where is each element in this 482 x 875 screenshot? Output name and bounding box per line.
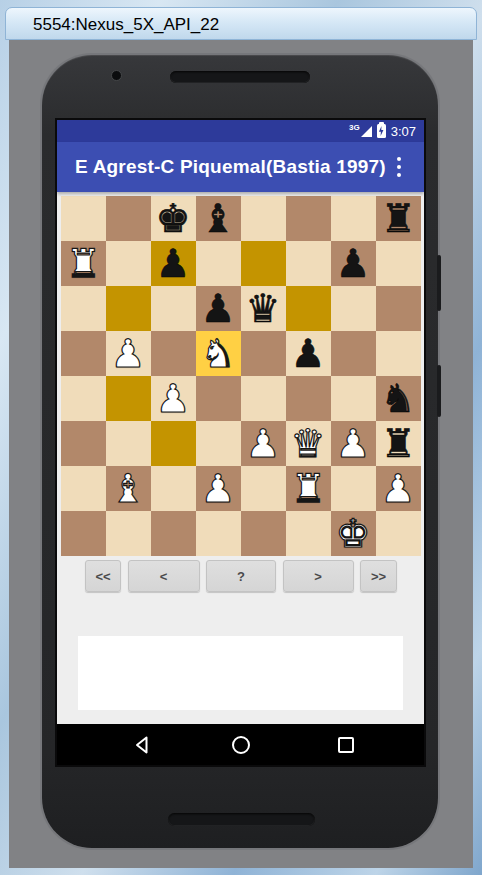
earpiece-speaker-grille bbox=[170, 71, 310, 83]
status-bar: 3G 3:07 bbox=[57, 120, 424, 142]
square-f4[interactable] bbox=[286, 376, 331, 421]
square-f5[interactable]: ♟ bbox=[286, 331, 331, 376]
app-bar: E Agrest-C Piquemal(Bastia 1997) bbox=[57, 142, 424, 192]
square-d7[interactable] bbox=[196, 241, 241, 286]
square-d6[interactable]: ♟ bbox=[196, 286, 241, 331]
phone-frame: 3G 3:07 E Agrest-C Piquemal(Bastia 1997)… bbox=[42, 55, 438, 848]
square-a7[interactable]: ♜ bbox=[61, 241, 106, 286]
previous-move-button[interactable]: < bbox=[128, 560, 200, 592]
square-b7[interactable] bbox=[106, 241, 151, 286]
piece-black-knight: ♞ bbox=[376, 376, 421, 421]
square-a5[interactable] bbox=[61, 331, 106, 376]
square-h1[interactable] bbox=[376, 511, 421, 556]
square-a4[interactable] bbox=[61, 376, 106, 421]
square-g8[interactable] bbox=[331, 196, 376, 241]
square-f1[interactable] bbox=[286, 511, 331, 556]
recents-square-icon bbox=[334, 733, 358, 757]
square-g1[interactable]: ♚ bbox=[331, 511, 376, 556]
next-move-button[interactable]: > bbox=[283, 560, 354, 592]
square-h2[interactable]: ♟ bbox=[376, 466, 421, 511]
piece-black-bishop: ♝ bbox=[196, 196, 241, 241]
square-f3[interactable]: ♛ bbox=[286, 421, 331, 466]
square-a1[interactable] bbox=[61, 511, 106, 556]
home-button[interactable] bbox=[229, 733, 253, 757]
square-h5[interactable] bbox=[376, 331, 421, 376]
square-h7[interactable] bbox=[376, 241, 421, 286]
forward-to-end-button[interactable]: >> bbox=[360, 560, 397, 592]
square-f8[interactable] bbox=[286, 196, 331, 241]
recents-button[interactable] bbox=[334, 733, 358, 757]
piece-white-bishop: ♝ bbox=[106, 466, 151, 511]
square-c5[interactable] bbox=[151, 331, 196, 376]
square-a8[interactable] bbox=[61, 196, 106, 241]
square-d3[interactable] bbox=[196, 421, 241, 466]
overflow-dot bbox=[397, 165, 401, 169]
phone-screen: 3G 3:07 E Agrest-C Piquemal(Bastia 1997)… bbox=[57, 120, 424, 765]
square-b6[interactable] bbox=[106, 286, 151, 331]
square-e8[interactable] bbox=[241, 196, 286, 241]
square-d1[interactable] bbox=[196, 511, 241, 556]
chess-board: ♚♝♜♜♟♟♟♛♟♞♟♟♞♟♛♟♜♝♟♜♟♚ bbox=[61, 196, 421, 556]
piece-black-queen: ♛ bbox=[241, 286, 286, 331]
square-g6[interactable] bbox=[331, 286, 376, 331]
square-d4[interactable] bbox=[196, 376, 241, 421]
square-e7[interactable] bbox=[241, 241, 286, 286]
square-a3[interactable] bbox=[61, 421, 106, 466]
square-h3[interactable]: ♜ bbox=[376, 421, 421, 466]
square-h4[interactable]: ♞ bbox=[376, 376, 421, 421]
square-c3[interactable] bbox=[151, 421, 196, 466]
piece-black-rook: ♜ bbox=[376, 421, 421, 466]
square-g7[interactable]: ♟ bbox=[331, 241, 376, 286]
square-f6[interactable] bbox=[286, 286, 331, 331]
square-e5[interactable] bbox=[241, 331, 286, 376]
move-list-panel bbox=[78, 636, 403, 710]
piece-black-pawn: ♟ bbox=[196, 286, 241, 331]
piece-black-rook: ♜ bbox=[376, 196, 421, 241]
square-g2[interactable] bbox=[331, 466, 376, 511]
window-titlebar[interactable]: 5554:Nexus_5X_API_22 bbox=[5, 7, 477, 40]
android-nav-bar bbox=[57, 724, 424, 765]
piece-white-knight: ♞ bbox=[196, 331, 241, 376]
piece-white-rook: ♜ bbox=[61, 241, 106, 286]
square-c2[interactable] bbox=[151, 466, 196, 511]
status-clock: 3:07 bbox=[391, 124, 416, 139]
square-c8[interactable]: ♚ bbox=[151, 196, 196, 241]
window-title: 5554:Nexus_5X_API_22 bbox=[33, 15, 219, 34]
square-g4[interactable] bbox=[331, 376, 376, 421]
charging-bolt-icon bbox=[378, 126, 384, 136]
square-g3[interactable]: ♟ bbox=[331, 421, 376, 466]
signal-strength-icon bbox=[361, 126, 372, 137]
piece-white-queen: ♛ bbox=[286, 421, 331, 466]
square-d8[interactable]: ♝ bbox=[196, 196, 241, 241]
front-camera-icon bbox=[111, 70, 122, 81]
desktop-background: 5554:Nexus_5X_API_22 3G 3:07 E Agrest-C … bbox=[0, 0, 482, 875]
square-e3[interactable]: ♟ bbox=[241, 421, 286, 466]
piece-black-king: ♚ bbox=[151, 196, 196, 241]
network-type-label: 3G bbox=[349, 123, 360, 132]
square-a6[interactable] bbox=[61, 286, 106, 331]
piece-white-pawn: ♟ bbox=[376, 466, 421, 511]
hint-button[interactable]: ? bbox=[206, 560, 276, 592]
overflow-dot bbox=[397, 173, 401, 177]
overflow-dot bbox=[397, 157, 401, 161]
square-e6[interactable]: ♛ bbox=[241, 286, 286, 331]
back-button[interactable] bbox=[130, 733, 154, 757]
back-triangle-icon bbox=[130, 733, 154, 757]
square-d5[interactable]: ♞ bbox=[196, 331, 241, 376]
square-c1[interactable] bbox=[151, 511, 196, 556]
square-b4[interactable] bbox=[106, 376, 151, 421]
square-b3[interactable] bbox=[106, 421, 151, 466]
piece-black-pawn: ♟ bbox=[151, 241, 196, 286]
square-d2[interactable]: ♟ bbox=[196, 466, 241, 511]
piece-white-pawn: ♟ bbox=[106, 331, 151, 376]
piece-white-rook: ♜ bbox=[286, 466, 331, 511]
overflow-menu-icon[interactable] bbox=[392, 153, 406, 181]
piece-black-pawn: ♟ bbox=[331, 241, 376, 286]
piece-white-pawn: ♟ bbox=[196, 466, 241, 511]
square-h8[interactable]: ♜ bbox=[376, 196, 421, 241]
rewind-to-start-button[interactable]: << bbox=[85, 560, 121, 592]
power-button[interactable] bbox=[437, 255, 441, 311]
square-g5[interactable] bbox=[331, 331, 376, 376]
square-c4[interactable]: ♟ bbox=[151, 376, 196, 421]
square-e4[interactable] bbox=[241, 376, 286, 421]
square-b5[interactable]: ♟ bbox=[106, 331, 151, 376]
square-h6[interactable] bbox=[376, 286, 421, 331]
square-f2[interactable]: ♜ bbox=[286, 466, 331, 511]
bottom-speaker-grille bbox=[168, 813, 315, 826]
square-f7[interactable] bbox=[286, 241, 331, 286]
square-a2[interactable] bbox=[61, 466, 106, 511]
piece-black-pawn: ♟ bbox=[286, 331, 331, 376]
square-c6[interactable] bbox=[151, 286, 196, 331]
square-c7[interactable]: ♟ bbox=[151, 241, 196, 286]
square-b1[interactable] bbox=[106, 511, 151, 556]
piece-white-pawn: ♟ bbox=[331, 421, 376, 466]
game-title: E Agrest-C Piquemal(Bastia 1997) bbox=[57, 156, 386, 178]
move-controls: << < ? > >> bbox=[57, 560, 424, 592]
piece-white-king: ♚ bbox=[331, 511, 376, 556]
volume-button[interactable] bbox=[437, 365, 441, 417]
square-b2[interactable]: ♝ bbox=[106, 466, 151, 511]
battery-charging-icon bbox=[377, 124, 386, 138]
piece-white-pawn: ♟ bbox=[241, 421, 286, 466]
home-circle-icon bbox=[229, 733, 253, 757]
square-e2[interactable] bbox=[241, 466, 286, 511]
piece-white-pawn: ♟ bbox=[151, 376, 196, 421]
square-b8[interactable] bbox=[106, 196, 151, 241]
square-e1[interactable] bbox=[241, 511, 286, 556]
